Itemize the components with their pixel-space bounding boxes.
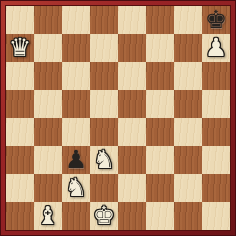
square-b6[interactable] (34, 62, 62, 90)
piece-white-pawn[interactable]: ♟ (205, 34, 227, 62)
square-d6[interactable] (90, 62, 118, 90)
square-c1[interactable] (62, 202, 90, 230)
square-e2[interactable] (118, 174, 146, 202)
square-h5[interactable] (202, 90, 230, 118)
square-e5[interactable] (118, 90, 146, 118)
square-f2[interactable] (146, 174, 174, 202)
square-d5[interactable] (90, 90, 118, 118)
square-g1[interactable] (174, 202, 202, 230)
piece-white-bishop[interactable]: ♝ (37, 202, 59, 230)
square-c2[interactable]: ♞ (62, 174, 90, 202)
square-d3[interactable]: ♞ (90, 146, 118, 174)
square-d1[interactable]: ♚ (90, 202, 118, 230)
square-f1[interactable] (146, 202, 174, 230)
square-g8[interactable] (174, 6, 202, 34)
chess-board: ♚♛♟♟♞♞♝♚ (6, 6, 230, 230)
square-h2[interactable] (202, 174, 230, 202)
square-d4[interactable] (90, 118, 118, 146)
square-b7[interactable] (34, 34, 62, 62)
square-c5[interactable] (62, 90, 90, 118)
square-f3[interactable] (146, 146, 174, 174)
square-h6[interactable] (202, 62, 230, 90)
square-a6[interactable] (6, 62, 34, 90)
square-c3[interactable]: ♟ (62, 146, 90, 174)
square-f5[interactable] (146, 90, 174, 118)
square-e7[interactable] (118, 34, 146, 62)
square-d8[interactable] (90, 6, 118, 34)
square-a8[interactable] (6, 6, 34, 34)
square-e4[interactable] (118, 118, 146, 146)
piece-black-king[interactable]: ♚ (205, 6, 227, 34)
square-a4[interactable] (6, 118, 34, 146)
square-a1[interactable] (6, 202, 34, 230)
square-e3[interactable] (118, 146, 146, 174)
square-a3[interactable] (6, 146, 34, 174)
square-d7[interactable] (90, 34, 118, 62)
square-f8[interactable] (146, 6, 174, 34)
square-f7[interactable] (146, 34, 174, 62)
square-a5[interactable] (6, 90, 34, 118)
square-g6[interactable] (174, 62, 202, 90)
square-h4[interactable] (202, 118, 230, 146)
square-c7[interactable] (62, 34, 90, 62)
square-b3[interactable] (34, 146, 62, 174)
piece-white-knight[interactable]: ♞ (65, 174, 87, 202)
square-g7[interactable] (174, 34, 202, 62)
square-b1[interactable]: ♝ (34, 202, 62, 230)
square-a7[interactable]: ♛ (6, 34, 34, 62)
square-f6[interactable] (146, 62, 174, 90)
square-h1[interactable] (202, 202, 230, 230)
square-d2[interactable] (90, 174, 118, 202)
square-c4[interactable] (62, 118, 90, 146)
square-g2[interactable] (174, 174, 202, 202)
square-b2[interactable] (34, 174, 62, 202)
piece-white-knight[interactable]: ♞ (93, 146, 115, 174)
square-f4[interactable] (146, 118, 174, 146)
square-e1[interactable] (118, 202, 146, 230)
square-b5[interactable] (34, 90, 62, 118)
square-b4[interactable] (34, 118, 62, 146)
square-g4[interactable] (174, 118, 202, 146)
piece-white-king[interactable]: ♚ (93, 202, 115, 230)
square-g3[interactable] (174, 146, 202, 174)
square-h7[interactable]: ♟ (202, 34, 230, 62)
square-h8[interactable]: ♚ (202, 6, 230, 34)
square-h3[interactable] (202, 146, 230, 174)
square-c8[interactable] (62, 6, 90, 34)
square-e6[interactable] (118, 62, 146, 90)
square-g5[interactable] (174, 90, 202, 118)
board-frame: ♚♛♟♟♞♞♝♚ (0, 0, 236, 236)
square-e8[interactable] (118, 6, 146, 34)
square-c6[interactable] (62, 62, 90, 90)
square-b8[interactable] (34, 6, 62, 34)
piece-black-pawn[interactable]: ♟ (65, 146, 87, 174)
square-a2[interactable] (6, 174, 34, 202)
piece-white-queen[interactable]: ♛ (9, 34, 31, 62)
